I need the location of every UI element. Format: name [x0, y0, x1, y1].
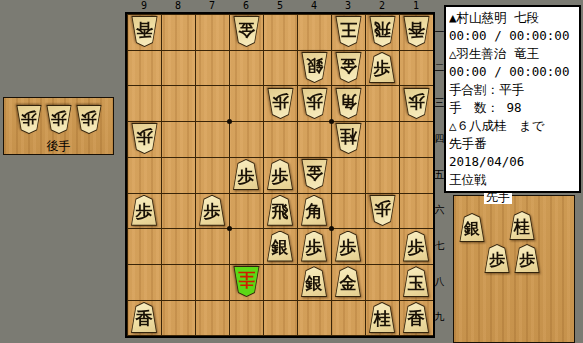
hoshi-dot — [227, 119, 232, 124]
gote-hand-piece-歩[interactable]: 歩 — [46, 105, 72, 134]
file-label: 8 — [161, 0, 195, 12]
piece-glyph: 銀 — [306, 272, 323, 292]
piece-glyph: 歩 — [408, 236, 425, 256]
board-piece-17[interactable]: 歩 — [403, 231, 430, 262]
file-label: 1 — [399, 0, 433, 12]
rank-label: 九 — [433, 299, 446, 335]
board-piece-68[interactable]: 圭 — [233, 266, 260, 297]
piece-body: 桂 — [369, 302, 396, 333]
board-piece-29[interactable]: 桂 — [369, 302, 396, 333]
piece-glyph: 歩 — [272, 165, 289, 185]
file-labels: 9 8 7 6 5 4 3 2 1 — [127, 0, 433, 12]
game-date: 2018/04/06 — [449, 153, 576, 171]
board-piece-18[interactable]: 玉 — [403, 266, 430, 297]
piece-glyph: 香 — [136, 22, 153, 42]
sente-hand-piece-銀[interactable]: 銀 — [459, 213, 485, 242]
piece-body: 香 — [131, 16, 158, 47]
board-piece-46[interactable]: 角 — [301, 195, 328, 226]
last-move-line: △６八成桂 まで — [449, 117, 576, 135]
piece-glyph: 歩 — [272, 93, 289, 113]
piece-body: 歩 — [301, 231, 328, 262]
file-label: 6 — [229, 0, 263, 12]
piece-glyph: 歩 — [519, 249, 535, 268]
piece-body: 歩 — [233, 159, 260, 190]
board-piece-34[interactable]: 桂 — [335, 123, 362, 154]
board-piece-56[interactable]: 飛 — [267, 195, 294, 226]
piece-glyph: 歩 — [21, 110, 37, 129]
hoshi-dot — [329, 226, 334, 231]
turn-indicator: 先手番 — [449, 135, 576, 153]
board-piece-47[interactable]: 歩 — [301, 231, 328, 262]
sente-clock: 00:00 / 00:00:00 — [449, 27, 576, 45]
piece-body: 歩 — [131, 123, 158, 154]
piece-body: 銀 — [267, 231, 294, 262]
piece-glyph: 香 — [408, 307, 425, 327]
gote-clock: 00:00 / 00:00:00 — [449, 63, 576, 81]
piece-body: 王 — [335, 16, 362, 47]
kifu-viewer: { "game": "shogi", "info_panel": { "line… — [0, 0, 583, 343]
piece-glyph: 歩 — [306, 93, 323, 113]
piece-body: 香 — [403, 302, 430, 333]
board-piece-65[interactable]: 歩 — [233, 159, 260, 190]
piece-glyph: 歩 — [374, 57, 391, 77]
sente-hand-piece-桂[interactable]: 桂 — [509, 211, 535, 240]
piece-glyph: 金 — [306, 165, 323, 185]
piece-glyph: 角 — [340, 93, 357, 113]
piece-body: 圭 — [233, 266, 260, 297]
piece-body: 角 — [301, 195, 328, 226]
piece-glyph: 歩 — [238, 165, 255, 185]
gote-hand-piece-歩[interactable]: 歩 — [76, 105, 102, 134]
file-label: 4 — [297, 0, 331, 12]
hoshi-dot — [329, 119, 334, 124]
piece-body: 飛 — [369, 16, 396, 47]
piece-body: 歩 — [301, 88, 328, 119]
file-label: 2 — [365, 0, 399, 12]
file-label: 3 — [331, 0, 365, 12]
piece-glyph: 圭 — [238, 272, 255, 292]
piece-glyph: 歩 — [136, 129, 153, 149]
piece-body: 歩 — [131, 195, 158, 226]
board-piece-38[interactable]: 金 — [335, 266, 362, 297]
piece-glyph: 歩 — [374, 200, 391, 220]
piece-glyph: 玉 — [408, 272, 425, 292]
board-piece-33[interactable]: 角 — [335, 88, 362, 119]
sente-player-name: ▲村山慈明 七段 — [449, 9, 576, 27]
piece-body: 銀 — [459, 213, 485, 242]
board-piece-42[interactable]: 銀 — [301, 52, 328, 83]
piece-body: 銀 — [301, 266, 328, 297]
board-piece-57[interactable]: 銀 — [267, 231, 294, 262]
piece-body: 桂 — [335, 123, 362, 154]
gote-player-name: △羽生善治 竜王 — [449, 45, 576, 63]
piece-glyph: 角 — [306, 200, 323, 220]
piece-body: 歩 — [484, 244, 510, 273]
piece-body: 歩 — [76, 105, 102, 134]
piece-body: 飛 — [267, 195, 294, 226]
piece-body: 歩 — [369, 52, 396, 83]
board-piece-91[interactable]: 香 — [131, 16, 158, 47]
sente-hand-piece-歩[interactable]: 歩 — [484, 244, 510, 273]
file-label: 5 — [263, 0, 297, 12]
board-piece-94[interactable]: 歩 — [131, 123, 158, 154]
board-piece-31[interactable]: 王 — [335, 16, 362, 47]
move-count-line: 手 数： 98 — [449, 99, 576, 117]
piece-body: 歩 — [16, 105, 42, 134]
gote-hand-piece-歩[interactable]: 歩 — [16, 105, 42, 134]
piece-glyph: 歩 — [136, 200, 153, 220]
piece-body: 歩 — [403, 231, 430, 262]
piece-glyph: 銀 — [306, 57, 323, 77]
piece-glyph: 香 — [136, 307, 153, 327]
board-piece-55[interactable]: 歩 — [267, 159, 294, 190]
board-piece-21[interactable]: 飛 — [369, 16, 396, 47]
rank-label: 八 — [433, 264, 446, 300]
board-piece-26[interactable]: 歩 — [369, 195, 396, 226]
hoshi-dot — [227, 226, 232, 231]
board-piece-96[interactable]: 歩 — [131, 195, 158, 226]
piece-glyph: 歩 — [340, 236, 357, 256]
piece-glyph: 歩 — [81, 110, 97, 129]
piece-body: 歩 — [335, 231, 362, 262]
piece-glyph: 銀 — [464, 218, 480, 237]
piece-body: 香 — [131, 302, 158, 333]
piece-body: 角 — [335, 88, 362, 119]
piece-body: 歩 — [369, 195, 396, 226]
board-piece-19[interactable]: 香 — [403, 302, 430, 333]
board-piece-32[interactable]: 金 — [335, 52, 362, 83]
piece-glyph: 歩 — [306, 236, 323, 256]
board-piece-45[interactable]: 金 — [301, 159, 328, 190]
piece-body: 銀 — [301, 52, 328, 83]
tournament-name: 王位戦 — [449, 171, 576, 189]
piece-glyph: 王 — [340, 22, 357, 42]
board-piece-48[interactable]: 銀 — [301, 266, 328, 297]
piece-glyph: 飛 — [374, 22, 391, 42]
piece-body: 玉 — [403, 266, 430, 297]
sente-hand-tray: 先手 銀桂歩歩 — [453, 195, 575, 343]
piece-glyph: 歩 — [489, 249, 505, 268]
piece-glyph: 歩 — [204, 200, 221, 220]
piece-body: 金 — [233, 16, 260, 47]
piece-glyph: 金 — [238, 22, 255, 42]
piece-glyph: 桂 — [340, 129, 357, 149]
piece-glyph: 香 — [408, 22, 425, 42]
piece-glyph: 銀 — [272, 236, 289, 256]
board-piece-37[interactable]: 歩 — [335, 231, 362, 262]
shogi-board[interactable]: 香金王飛香銀金歩歩歩角歩歩桂歩歩金歩歩飛角歩銀歩歩歩圭銀金玉香桂香 — [125, 12, 435, 338]
game-info-panel: ▲村山慈明 七段 00:00 / 00:00:00 △羽生善治 竜王 00:00… — [444, 5, 581, 193]
rank-label: 七 — [433, 228, 446, 264]
piece-glyph: 歩 — [51, 110, 67, 129]
piece-glyph: 桂 — [374, 307, 391, 327]
board-piece-61[interactable]: 金 — [233, 16, 260, 47]
board-piece-53[interactable]: 歩 — [267, 88, 294, 119]
sente-hand-piece-歩[interactable]: 歩 — [514, 244, 540, 273]
piece-body: 歩 — [403, 88, 430, 119]
piece-glyph: 桂 — [514, 216, 530, 235]
file-label: 9 — [127, 0, 161, 12]
rank-label: 六 — [433, 192, 446, 228]
board-piece-99[interactable]: 香 — [131, 302, 158, 333]
board-piece-11[interactable]: 香 — [403, 16, 430, 47]
piece-body: 金 — [335, 266, 362, 297]
handicap-line: 手合割：平手 — [449, 81, 576, 99]
piece-body: 香 — [403, 16, 430, 47]
file-label: 7 — [195, 0, 229, 12]
piece-body: 歩 — [267, 88, 294, 119]
piece-body: 金 — [335, 52, 362, 83]
piece-glyph: 金 — [340, 272, 357, 292]
piece-body: 歩 — [267, 159, 294, 190]
piece-body: 桂 — [509, 211, 535, 240]
piece-glyph: 歩 — [408, 93, 425, 113]
piece-body: 歩 — [199, 195, 226, 226]
piece-glyph: 飛 — [272, 200, 289, 220]
piece-glyph: 金 — [340, 57, 357, 77]
board-piece-13[interactable]: 歩 — [403, 88, 430, 119]
board-piece-22[interactable]: 歩 — [369, 52, 396, 83]
gote-tray-label: 後手 — [4, 140, 113, 153]
piece-body: 金 — [301, 159, 328, 190]
piece-body: 歩 — [514, 244, 540, 273]
board-piece-43[interactable]: 歩 — [301, 88, 328, 119]
board-piece-76[interactable]: 歩 — [199, 195, 226, 226]
gote-hand-tray: 歩歩歩 後手 — [3, 97, 114, 155]
piece-body: 歩 — [46, 105, 72, 134]
